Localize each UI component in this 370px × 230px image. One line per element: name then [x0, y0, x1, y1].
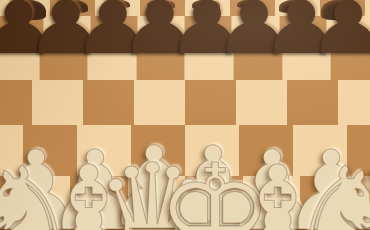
board-rank-5 [0, 80, 370, 125]
square-a5[interactable] [0, 80, 32, 125]
square-f5[interactable] [236, 80, 287, 125]
piece-white-rook[interactable]: ♜ [347, 155, 370, 230]
piece-black-pawn[interactable]: ♟ [303, 0, 370, 67]
square-b5[interactable] [32, 80, 83, 125]
square-c5[interactable] [83, 80, 134, 125]
square-e5[interactable] [185, 80, 236, 125]
chessboard-3d-scene: ♟♟♟♟♟♟♟♟♟♟♟♟♟♟♟♟♜♞♝♛♚♝♞♜ [0, 0, 370, 230]
square-d5[interactable] [134, 80, 185, 125]
square-g5[interactable] [287, 80, 338, 125]
square-h5[interactable] [338, 80, 370, 125]
